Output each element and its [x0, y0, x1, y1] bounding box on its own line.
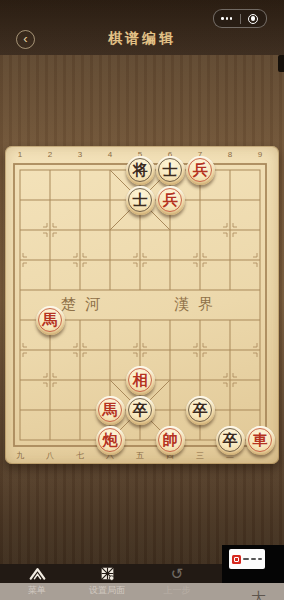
bottom-gesture-strip	[0, 583, 284, 600]
piece-ring	[38, 308, 62, 332]
xiangqi-piece-black[interactable]: 卒	[126, 396, 155, 425]
undo-arrow-icon: ↺	[169, 566, 186, 581]
xiangqi-piece-black[interactable]: 将	[126, 156, 155, 185]
top-bar: ‹ 棋谱编辑	[0, 0, 284, 55]
menu-chevron-icon	[29, 566, 46, 581]
more-dots-icon	[221, 17, 223, 19]
close-minimize-button[interactable]	[241, 10, 267, 27]
xiangqi-piece-black[interactable]: 士	[126, 186, 155, 215]
piece-ring	[188, 158, 212, 182]
home-circle-icon	[248, 14, 258, 24]
piece-ring	[248, 428, 272, 452]
file-label-bottom: 七	[75, 451, 85, 461]
xiangqi-piece-red[interactable]: 相	[126, 366, 155, 395]
file-label-bottom: 五	[135, 451, 145, 461]
xiangqi-piece-black[interactable]: 卒	[186, 396, 215, 425]
xiangqi-piece-black[interactable]: 士	[156, 156, 185, 185]
pinwheel-icon	[99, 566, 116, 581]
more-options-button[interactable]	[214, 10, 240, 27]
app-screen: ‹ 棋谱编辑 楚河 漢界 123456789九八七六五四三二一将士兵士兵馬相馬卒…	[0, 0, 284, 600]
file-label-top: 4	[105, 150, 115, 160]
piece-ring	[158, 158, 182, 182]
screen-edge-artifact	[278, 55, 284, 72]
watermark-text-bar	[243, 558, 249, 561]
watermark-logo	[229, 549, 265, 569]
file-label-top: 2	[45, 150, 55, 160]
xiangqi-board[interactable]: 楚河 漢界 123456789九八七六五四三二一将士兵士兵馬相馬卒卒炮帥卒車	[5, 146, 279, 464]
xiangqi-piece-red[interactable]: 兵	[186, 156, 215, 185]
xiangqi-piece-red[interactable]: 車	[246, 426, 275, 455]
piece-ring	[128, 158, 152, 182]
file-label-top: 3	[75, 150, 85, 160]
piece-ring	[158, 428, 182, 452]
more-dots-icon	[230, 17, 232, 19]
xiangqi-piece-red[interactable]: 帥	[156, 426, 185, 455]
clipped-overlay-text: 大马	[251, 589, 284, 600]
piece-ring	[128, 188, 152, 212]
watermark-text-bar	[251, 558, 256, 561]
piece-ring	[128, 398, 152, 422]
file-label-top: 9	[255, 150, 265, 160]
piece-ring	[98, 428, 122, 452]
piece-ring	[188, 398, 212, 422]
xiangqi-piece-red[interactable]: 馬	[96, 396, 125, 425]
watermark-text-bar	[258, 558, 262, 561]
xiangqi-piece-red[interactable]: 炮	[96, 426, 125, 455]
file-label-bottom: 三	[195, 451, 205, 461]
piece-ring	[158, 188, 182, 212]
piece-ring	[98, 398, 122, 422]
xiangqi-piece-black[interactable]: 卒	[216, 426, 245, 455]
file-label-top: 1	[15, 150, 25, 160]
river-label-right: 漢界	[174, 295, 222, 314]
xiangqi-piece-red[interactable]: 兵	[156, 186, 185, 215]
piece-ring	[218, 428, 242, 452]
more-dots-icon	[226, 17, 228, 19]
piece-ring	[128, 368, 152, 392]
page-title: 棋谱编辑	[0, 30, 284, 48]
file-label-top: 8	[225, 150, 235, 160]
xiangqi-piece-red[interactable]: 馬	[36, 306, 65, 335]
watermark-logo-icon	[232, 555, 241, 564]
file-label-bottom: 九	[15, 451, 25, 461]
file-label-bottom: 八	[45, 451, 55, 461]
wechat-capsule	[213, 9, 267, 28]
river-label-left: 楚河	[61, 295, 109, 314]
